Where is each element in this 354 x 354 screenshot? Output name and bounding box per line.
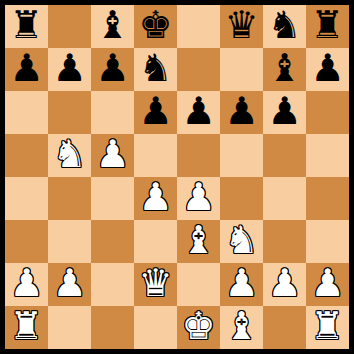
square-b8[interactable] <box>48 5 91 48</box>
square-g3[interactable] <box>263 220 306 263</box>
square-e3[interactable]: ♝ <box>177 220 220 263</box>
black-pawn-icon: ♟ <box>9 48 43 90</box>
square-h3[interactable] <box>306 220 349 263</box>
white-rook-icon: ♜ <box>9 306 43 348</box>
square-h2[interactable]: ♟ <box>306 263 349 306</box>
square-b3[interactable] <box>48 220 91 263</box>
square-c3[interactable] <box>91 220 134 263</box>
square-b5[interactable]: ♞ <box>48 134 91 177</box>
square-a7[interactable]: ♟ <box>5 48 48 91</box>
square-h5[interactable] <box>306 134 349 177</box>
white-pawn-icon: ♟ <box>138 177 172 219</box>
square-h7[interactable]: ♟ <box>306 48 349 91</box>
square-b4[interactable] <box>48 177 91 220</box>
square-b1[interactable] <box>48 306 91 349</box>
square-a6[interactable] <box>5 91 48 134</box>
square-g1[interactable] <box>263 306 306 349</box>
square-f4[interactable] <box>220 177 263 220</box>
square-c2[interactable] <box>91 263 134 306</box>
black-pawn-icon: ♟ <box>224 91 258 133</box>
white-pawn-icon: ♟ <box>9 263 43 305</box>
white-bishop-icon: ♝ <box>181 220 215 262</box>
square-c7[interactable]: ♟ <box>91 48 134 91</box>
black-rook-icon: ♜ <box>310 5 344 47</box>
square-h4[interactable] <box>306 177 349 220</box>
square-d1[interactable] <box>134 306 177 349</box>
square-b7[interactable]: ♟ <box>48 48 91 91</box>
square-d3[interactable] <box>134 220 177 263</box>
black-king-icon: ♚ <box>138 5 172 47</box>
square-c6[interactable] <box>91 91 134 134</box>
chess-board-frame: ♜♝♚♛♞♜♟♟♟♞♝♟♟♟♟♟♞♟♟♟♝♞♟♟♛♟♟♟♜♚♝♜ <box>0 0 354 354</box>
white-knight-icon: ♞ <box>52 134 86 176</box>
white-pawn-icon: ♟ <box>224 263 258 305</box>
white-pawn-icon: ♟ <box>267 263 301 305</box>
square-f5[interactable] <box>220 134 263 177</box>
square-c8[interactable]: ♝ <box>91 5 134 48</box>
white-knight-icon: ♞ <box>224 220 258 262</box>
square-f6[interactable]: ♟ <box>220 91 263 134</box>
square-d7[interactable]: ♞ <box>134 48 177 91</box>
square-g2[interactable]: ♟ <box>263 263 306 306</box>
square-c1[interactable] <box>91 306 134 349</box>
square-f2[interactable]: ♟ <box>220 263 263 306</box>
square-h1[interactable]: ♜ <box>306 306 349 349</box>
square-a3[interactable] <box>5 220 48 263</box>
square-f1[interactable]: ♝ <box>220 306 263 349</box>
black-queen-icon: ♛ <box>224 5 258 47</box>
black-bishop-icon: ♝ <box>267 48 301 90</box>
white-rook-icon: ♜ <box>310 306 344 348</box>
square-c4[interactable] <box>91 177 134 220</box>
black-pawn-icon: ♟ <box>181 91 215 133</box>
square-g6[interactable]: ♟ <box>263 91 306 134</box>
square-e8[interactable] <box>177 5 220 48</box>
square-d8[interactable]: ♚ <box>134 5 177 48</box>
square-a4[interactable] <box>5 177 48 220</box>
square-d5[interactable] <box>134 134 177 177</box>
square-d6[interactable]: ♟ <box>134 91 177 134</box>
square-e4[interactable]: ♟ <box>177 177 220 220</box>
square-c5[interactable]: ♟ <box>91 134 134 177</box>
square-g8[interactable]: ♞ <box>263 5 306 48</box>
square-h8[interactable]: ♜ <box>306 5 349 48</box>
black-bishop-icon: ♝ <box>95 5 129 47</box>
square-a1[interactable]: ♜ <box>5 306 48 349</box>
chess-board: ♜♝♚♛♞♜♟♟♟♞♝♟♟♟♟♟♞♟♟♟♝♞♟♟♛♟♟♟♜♚♝♜ <box>0 0 354 354</box>
black-pawn-icon: ♟ <box>52 48 86 90</box>
square-e5[interactable] <box>177 134 220 177</box>
square-g7[interactable]: ♝ <box>263 48 306 91</box>
white-pawn-icon: ♟ <box>52 263 86 305</box>
black-pawn-icon: ♟ <box>267 91 301 133</box>
square-b2[interactable]: ♟ <box>48 263 91 306</box>
square-b6[interactable] <box>48 91 91 134</box>
square-a5[interactable] <box>5 134 48 177</box>
black-knight-icon: ♞ <box>138 48 172 90</box>
white-pawn-icon: ♟ <box>181 177 215 219</box>
square-g5[interactable] <box>263 134 306 177</box>
white-pawn-icon: ♟ <box>95 134 129 176</box>
square-e7[interactable] <box>177 48 220 91</box>
white-pawn-icon: ♟ <box>310 263 344 305</box>
white-bishop-icon: ♝ <box>224 306 258 348</box>
square-d2[interactable]: ♛ <box>134 263 177 306</box>
square-f8[interactable]: ♛ <box>220 5 263 48</box>
square-a8[interactable]: ♜ <box>5 5 48 48</box>
square-d4[interactable]: ♟ <box>134 177 177 220</box>
black-pawn-icon: ♟ <box>95 48 129 90</box>
square-h6[interactable] <box>306 91 349 134</box>
square-e6[interactable]: ♟ <box>177 91 220 134</box>
black-pawn-icon: ♟ <box>138 91 172 133</box>
square-a2[interactable]: ♟ <box>5 263 48 306</box>
black-rook-icon: ♜ <box>9 5 43 47</box>
white-queen-icon: ♛ <box>138 263 172 305</box>
square-f7[interactable] <box>220 48 263 91</box>
black-pawn-icon: ♟ <box>310 48 344 90</box>
square-e2[interactable] <box>177 263 220 306</box>
square-e1[interactable]: ♚ <box>177 306 220 349</box>
square-f3[interactable]: ♞ <box>220 220 263 263</box>
black-knight-icon: ♞ <box>267 5 301 47</box>
square-g4[interactable] <box>263 177 306 220</box>
white-king-icon: ♚ <box>181 306 215 348</box>
